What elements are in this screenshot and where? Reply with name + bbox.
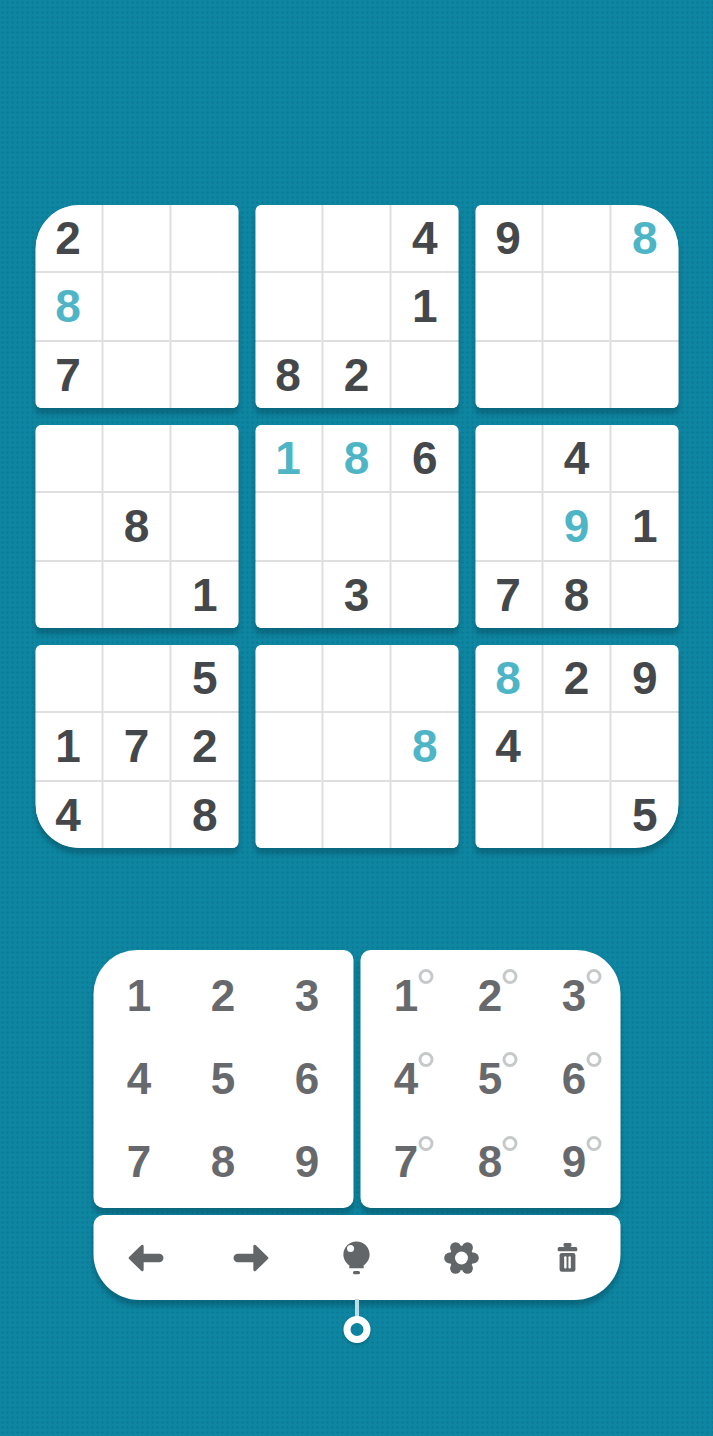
cell-r9c9[interactable]: 5: [612, 782, 678, 848]
cell-r6c9[interactable]: [612, 562, 678, 628]
cell-r8c4[interactable]: [255, 713, 321, 779]
cell-r1c9[interactable]: 8: [612, 205, 678, 271]
sudoku-board: 28741829881186349178517248882945: [35, 205, 678, 848]
note-ring-icon: [586, 969, 601, 984]
digit-9-button[interactable]: 9: [265, 1121, 349, 1204]
cell-r5c5[interactable]: [323, 493, 389, 559]
cell-r1c1[interactable]: 2: [35, 205, 101, 271]
cell-r7c8[interactable]: 2: [543, 645, 609, 711]
cell-r4c7[interactable]: [475, 425, 541, 491]
cell-r3c6[interactable]: [392, 342, 458, 408]
cell-r5c3[interactable]: [172, 493, 238, 559]
cell-r1c3[interactable]: [172, 205, 238, 271]
cell-r8c9[interactable]: [612, 713, 678, 779]
note-digit-9-button[interactable]: 9: [532, 1121, 616, 1204]
note-digit-4-button[interactable]: 4: [364, 1037, 448, 1120]
note-digit-5-button[interactable]: 5: [448, 1037, 532, 1120]
erase-button[interactable]: [541, 1232, 593, 1284]
cell-r5c9[interactable]: 1: [612, 493, 678, 559]
box-8: 8: [255, 645, 458, 848]
cell-r8c8[interactable]: [543, 713, 609, 779]
cell-r1c2[interactable]: [103, 205, 169, 271]
cell-r7c9[interactable]: 9: [612, 645, 678, 711]
box-1: 287: [35, 205, 238, 408]
cell-r8c1[interactable]: 1: [35, 713, 101, 779]
note-ring-icon: [586, 1052, 601, 1067]
cell-r9c5[interactable]: [323, 782, 389, 848]
digit-3-button[interactable]: 3: [265, 954, 349, 1037]
cell-r4c4[interactable]: 1: [255, 425, 321, 491]
cell-r5c1[interactable]: [35, 493, 101, 559]
drawer-handle-line: [355, 1299, 359, 1317]
note-digit-1-button[interactable]: 1: [364, 954, 448, 1037]
cell-r7c2[interactable]: [103, 645, 169, 711]
cell-r5c7[interactable]: [475, 493, 541, 559]
cell-r2c5[interactable]: [323, 273, 389, 339]
cell-r2c8[interactable]: [543, 273, 609, 339]
box-5: 1863: [255, 425, 458, 628]
cell-r6c3[interactable]: 1: [172, 562, 238, 628]
cell-r7c1[interactable]: [35, 645, 101, 711]
box-7: 517248: [35, 645, 238, 848]
cell-r9c2[interactable]: [103, 782, 169, 848]
cell-r4c1[interactable]: [35, 425, 101, 491]
cell-r3c9[interactable]: [612, 342, 678, 408]
cell-r9c3[interactable]: 8: [172, 782, 238, 848]
cell-r1c7[interactable]: 9: [475, 205, 541, 271]
cell-r3c5[interactable]: 2: [323, 342, 389, 408]
arrow-right-icon: [229, 1236, 273, 1280]
cell-r4c9[interactable]: [612, 425, 678, 491]
cell-r8c5[interactable]: [323, 713, 389, 779]
cell-r2c7[interactable]: [475, 273, 541, 339]
cell-r1c4[interactable]: [255, 205, 321, 271]
note-ring-icon: [502, 969, 517, 984]
cell-r6c2[interactable]: [103, 562, 169, 628]
cell-r2c1[interactable]: 8: [35, 273, 101, 339]
cell-r7c4[interactable]: [255, 645, 321, 711]
cell-r2c4[interactable]: [255, 273, 321, 339]
cell-r3c7[interactable]: [475, 342, 541, 408]
cell-r8c6[interactable]: 8: [392, 713, 458, 779]
cell-r1c8[interactable]: [543, 205, 609, 271]
cell-r7c3[interactable]: 5: [172, 645, 238, 711]
cell-r6c4[interactable]: [255, 562, 321, 628]
gear-icon: [441, 1237, 483, 1279]
number-pads: 123456789 123456789: [93, 950, 620, 1208]
redo-button[interactable]: [225, 1232, 277, 1284]
cell-r6c6[interactable]: [392, 562, 458, 628]
cell-r8c7[interactable]: 4: [475, 713, 541, 779]
digit-8-button[interactable]: 8: [181, 1121, 265, 1204]
digit-4-button[interactable]: 4: [97, 1037, 181, 1120]
note-ring-icon: [502, 1136, 517, 1151]
cell-r1c5[interactable]: [323, 205, 389, 271]
cell-r4c5[interactable]: 8: [323, 425, 389, 491]
cell-r7c6[interactable]: [392, 645, 458, 711]
cell-r6c7[interactable]: 7: [475, 562, 541, 628]
cell-r1c6[interactable]: 4: [392, 205, 458, 271]
numpad-normal: 123456789: [93, 950, 353, 1208]
cell-r2c9[interactable]: [612, 273, 678, 339]
trash-icon: [548, 1239, 586, 1277]
cell-r2c6[interactable]: 1: [392, 273, 458, 339]
digit-7-button[interactable]: 7: [97, 1121, 181, 1204]
box-3: 98: [475, 205, 678, 408]
arrow-left-icon: [124, 1236, 168, 1280]
cell-r9c4[interactable]: [255, 782, 321, 848]
lightbulb-icon: [335, 1237, 377, 1279]
box-4: 81: [35, 425, 238, 628]
cell-r4c6[interactable]: 6: [392, 425, 458, 491]
cell-r3c3[interactable]: [172, 342, 238, 408]
note-ring-icon: [502, 1052, 517, 1067]
cell-r4c3[interactable]: [172, 425, 238, 491]
note-ring-icon: [418, 969, 433, 984]
cell-r6c8[interactable]: 8: [543, 562, 609, 628]
digit-6-button[interactable]: 6: [265, 1037, 349, 1120]
box-2: 4182: [255, 205, 458, 408]
toolbar: [93, 1215, 620, 1300]
note-digit-8-button[interactable]: 8: [448, 1121, 532, 1204]
numpad-notes: 123456789: [360, 950, 620, 1208]
cell-r7c5[interactable]: [323, 645, 389, 711]
note-ring-icon: [418, 1136, 433, 1151]
digit-5-button[interactable]: 5: [181, 1037, 265, 1120]
note-digit-2-button[interactable]: 2: [448, 954, 532, 1037]
cell-r6c5[interactable]: 3: [323, 562, 389, 628]
cell-r5c4[interactable]: [255, 493, 321, 559]
cell-r6c1[interactable]: [35, 562, 101, 628]
cell-r8c3[interactable]: 2: [172, 713, 238, 779]
cell-r2c2[interactable]: [103, 273, 169, 339]
note-digit-6-button[interactable]: 6: [532, 1037, 616, 1120]
cell-r9c7[interactable]: [475, 782, 541, 848]
cell-r5c2[interactable]: 8: [103, 493, 169, 559]
hint-button[interactable]: [330, 1232, 382, 1284]
cell-r9c1[interactable]: 4: [35, 782, 101, 848]
drawer-handle[interactable]: [343, 1316, 370, 1343]
note-digit-7-button[interactable]: 7: [364, 1121, 448, 1204]
cell-r3c4[interactable]: 8: [255, 342, 321, 408]
cell-r8c2[interactable]: 7: [103, 713, 169, 779]
cell-r5c8[interactable]: 9: [543, 493, 609, 559]
note-ring-icon: [418, 1052, 433, 1067]
cell-r4c8[interactable]: 4: [543, 425, 609, 491]
note-digit-3-button[interactable]: 3: [532, 954, 616, 1037]
cell-r7c7[interactable]: 8: [475, 645, 541, 711]
cell-r4c2[interactable]: [103, 425, 169, 491]
cell-r3c8[interactable]: [543, 342, 609, 408]
cell-r9c8[interactable]: [543, 782, 609, 848]
cell-r9c6[interactable]: [392, 782, 458, 848]
settings-button[interactable]: [436, 1232, 488, 1284]
cell-r2c3[interactable]: [172, 273, 238, 339]
note-ring-icon: [586, 1136, 601, 1151]
digit-2-button[interactable]: 2: [181, 954, 265, 1037]
cell-r3c2[interactable]: [103, 342, 169, 408]
box-9: 82945: [475, 645, 678, 848]
cell-r3c1[interactable]: 7: [35, 342, 101, 408]
box-6: 49178: [475, 425, 678, 628]
digit-1-button[interactable]: 1: [97, 954, 181, 1037]
undo-button[interactable]: [120, 1232, 172, 1284]
cell-r5c6[interactable]: [392, 493, 458, 559]
